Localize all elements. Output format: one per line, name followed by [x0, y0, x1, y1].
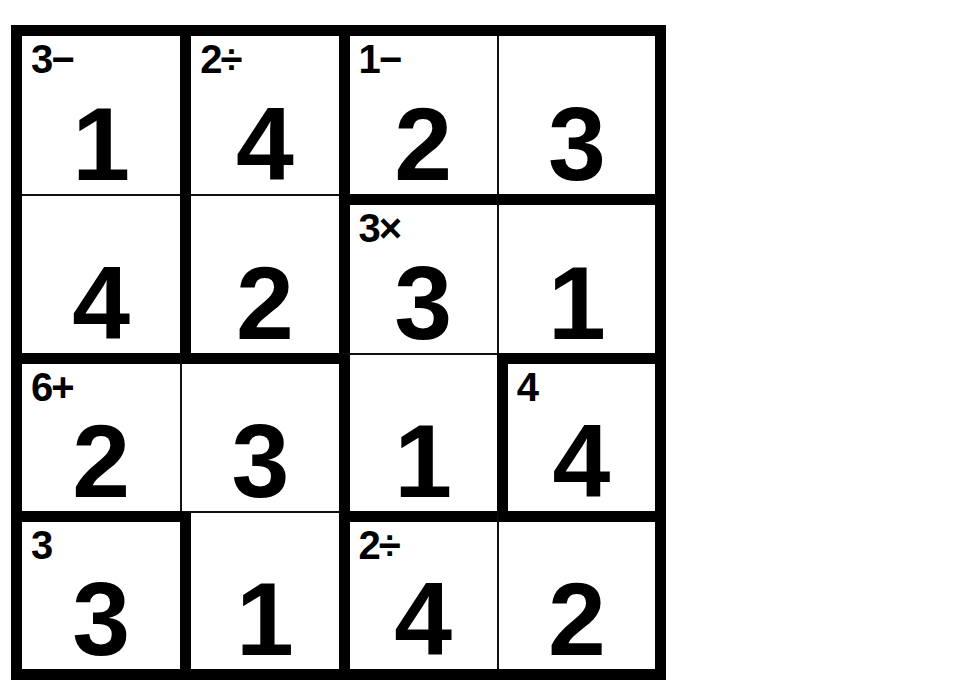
cell-r1c3[interactable]: 1: [497, 194, 655, 352]
cell-r3c0[interactable]: 3 3: [22, 511, 180, 669]
cell-r1c1[interactable]: 2: [180, 194, 338, 352]
cell-digit: 4: [508, 409, 655, 513]
cell-digit: 3: [182, 409, 338, 513]
cage-clue: 3: [31, 524, 51, 566]
cell-r0c3[interactable]: 3: [497, 36, 655, 194]
cell-r2c2[interactable]: 1: [339, 353, 497, 511]
cell-digit: 1: [499, 251, 655, 355]
cell-r0c0[interactable]: 3− 1: [22, 36, 180, 194]
cell-r2c3[interactable]: 4 4: [497, 353, 655, 511]
cell-digit: 4: [191, 92, 338, 196]
cell-digit: 2: [499, 567, 655, 671]
cell-r1c0[interactable]: 4: [22, 194, 180, 352]
cage-clue: 6+: [31, 366, 73, 408]
cage-clue: 2÷: [359, 524, 399, 566]
cage-clue: 3−: [31, 38, 73, 80]
cell-digit: 3: [22, 567, 180, 671]
cell-r2c0[interactable]: 6+ 2: [22, 353, 180, 511]
cage-clue: 1−: [359, 38, 401, 80]
cell-digit: 1: [350, 409, 497, 513]
kenken-board: 3− 1 2÷ 4 1− 2 3 4 2 3× 3 1 6+ 2 3 1 4: [11, 25, 666, 680]
cell-digit: 2: [22, 409, 180, 513]
cell-digit: 1: [191, 567, 338, 671]
cell-digit: 2: [350, 92, 497, 196]
cell-r1c2[interactable]: 3× 3: [339, 194, 497, 352]
cage-clue: 3×: [359, 207, 401, 249]
cell-digit: 3: [350, 251, 497, 355]
cell-r2c1[interactable]: 3: [180, 353, 338, 511]
cell-r3c3[interactable]: 2: [497, 511, 655, 669]
cell-digit: 2: [191, 251, 338, 355]
cell-digit: 4: [350, 567, 497, 671]
cell-digit: 1: [22, 92, 180, 196]
cage-clue: 4: [517, 366, 537, 408]
cell-digit: 3: [499, 92, 655, 196]
cell-digit: 4: [22, 251, 180, 355]
cell-r0c1[interactable]: 2÷ 4: [180, 36, 338, 194]
cage-clue: 2÷: [200, 38, 240, 80]
cell-r0c2[interactable]: 1− 2: [339, 36, 497, 194]
cell-r3c2[interactable]: 2÷ 4: [339, 511, 497, 669]
cell-r3c1[interactable]: 1: [180, 511, 338, 669]
